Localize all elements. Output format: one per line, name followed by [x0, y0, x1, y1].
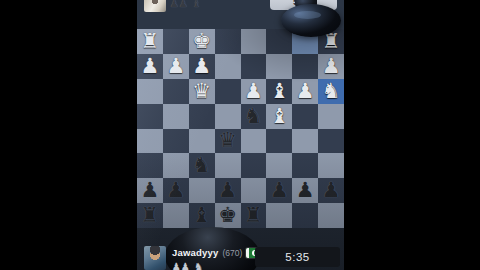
- square-c8[interactable]: [266, 203, 292, 228]
- piece-wP-b3[interactable]: ♟: [292, 79, 318, 104]
- captured-wP-icon: ♟: [172, 261, 181, 270]
- chess-board[interactable]: ♜♚♜♟♟♟♟♛♟♝♟♞♞♝♛♞♟♟♟♟♟♟♜♝♚♜: [137, 29, 344, 228]
- square-e4[interactable]: [215, 104, 241, 129]
- piece-bP-e7[interactable]: ♟: [215, 178, 241, 203]
- square-h8[interactable]: ♜: [137, 203, 163, 228]
- square-g6[interactable]: [163, 153, 189, 178]
- player-bar: Jawadyyy (670) ♟♟♞ 5:35: [137, 244, 344, 270]
- piece-bN-d4[interactable]: ♞: [241, 104, 267, 129]
- piece-wN-a3[interactable]: ♞: [318, 79, 344, 104]
- square-e8[interactable]: ♚: [215, 203, 241, 228]
- screenshot-root: ♟♟♝ 5:25 ♜♚♜♟♟♟♟♛♟♝♟♞♞♝♛♞♟♟♟♟♟♟♜♝♚♜ Jawa…: [0, 0, 480, 270]
- player-rating: (670): [223, 248, 243, 258]
- square-a3[interactable]: ♞: [318, 79, 344, 104]
- square-d3[interactable]: ♟: [241, 79, 267, 104]
- square-b5[interactable]: [292, 129, 318, 154]
- square-e7[interactable]: ♟: [215, 178, 241, 203]
- square-f6[interactable]: ♞: [189, 153, 215, 178]
- piece-wP-a2[interactable]: ♟: [318, 54, 344, 79]
- square-a4[interactable]: [318, 104, 344, 129]
- piece-wP-g2[interactable]: ♟: [163, 54, 189, 79]
- square-d7[interactable]: [241, 178, 267, 203]
- square-a6[interactable]: [318, 153, 344, 178]
- square-c2[interactable]: [266, 54, 292, 79]
- square-a2[interactable]: ♟: [318, 54, 344, 79]
- square-d4[interactable]: ♞: [241, 104, 267, 129]
- square-a8[interactable]: [318, 203, 344, 228]
- piece-bR-d8[interactable]: ♜: [241, 203, 267, 228]
- square-g4[interactable]: [163, 104, 189, 129]
- decor-3d-piece-shine: [294, 11, 320, 19]
- opponent-captured-pieces: ♟♟♝: [170, 0, 201, 10]
- square-b4[interactable]: [292, 104, 318, 129]
- square-f5[interactable]: [189, 129, 215, 154]
- square-d2[interactable]: [241, 54, 267, 79]
- square-a5[interactable]: [318, 129, 344, 154]
- decor-3d-piece-base: [281, 4, 341, 37]
- piece-wP-h2[interactable]: ♟: [137, 54, 163, 79]
- square-g7[interactable]: ♟: [163, 178, 189, 203]
- captured-wP-icon: ♟: [181, 261, 190, 270]
- square-f4[interactable]: [189, 104, 215, 129]
- captured-bB-icon: ♝: [192, 0, 201, 10]
- player-clock-value: 5:35: [285, 251, 309, 263]
- square-c4[interactable]: ♝: [266, 104, 292, 129]
- square-d5[interactable]: [241, 129, 267, 154]
- square-g3[interactable]: [163, 79, 189, 104]
- piece-bB-f8[interactable]: ♝: [189, 203, 215, 228]
- player-captured-pieces: ♟♟♞: [172, 261, 203, 270]
- square-g8[interactable]: [163, 203, 189, 228]
- captured-bP-icon: ♟: [179, 0, 188, 10]
- piece-bP-a7[interactable]: ♟: [318, 178, 344, 203]
- square-c5[interactable]: [266, 129, 292, 154]
- square-b3[interactable]: ♟: [292, 79, 318, 104]
- piece-wK-f1[interactable]: ♚: [189, 29, 215, 54]
- square-e1[interactable]: [215, 29, 241, 54]
- player-name[interactable]: Jawadyyy: [172, 247, 219, 258]
- piece-bP-c7[interactable]: ♟: [266, 178, 292, 203]
- square-h7[interactable]: ♟: [137, 178, 163, 203]
- piece-bR-h8[interactable]: ♜: [137, 203, 163, 228]
- square-d1[interactable]: [241, 29, 267, 54]
- square-c6[interactable]: [266, 153, 292, 178]
- player-avatar[interactable]: [144, 246, 166, 270]
- square-h3[interactable]: [137, 79, 163, 104]
- piece-bP-b7[interactable]: ♟: [292, 178, 318, 203]
- square-g5[interactable]: [163, 129, 189, 154]
- square-f1[interactable]: ♚: [189, 29, 215, 54]
- square-b7[interactable]: ♟: [292, 178, 318, 203]
- piece-wP-f2[interactable]: ♟: [189, 54, 215, 79]
- chess-video-frame: ♟♟♝ 5:25 ♜♚♜♟♟♟♟♛♟♝♟♞♞♝♛♞♟♟♟♟♟♟♜♝♚♜ Jawa…: [137, 0, 344, 270]
- square-e3[interactable]: [215, 79, 241, 104]
- square-c3[interactable]: ♝: [266, 79, 292, 104]
- square-d8[interactable]: ♜: [241, 203, 267, 228]
- square-f3[interactable]: ♛: [189, 79, 215, 104]
- player-clock: 5:35: [255, 247, 340, 267]
- piece-wQ-f3[interactable]: ♛: [189, 79, 215, 104]
- piece-wR-h1[interactable]: ♜: [137, 29, 163, 54]
- square-e2[interactable]: [215, 54, 241, 79]
- square-e6[interactable]: [215, 153, 241, 178]
- square-f7[interactable]: [189, 178, 215, 203]
- square-h6[interactable]: [137, 153, 163, 178]
- captured-wN-icon: ♞: [194, 261, 203, 270]
- square-c7[interactable]: ♟: [266, 178, 292, 203]
- square-a7[interactable]: ♟: [318, 178, 344, 203]
- player-info-line: Jawadyyy (670): [172, 246, 260, 259]
- piece-wB-c4[interactable]: ♝: [266, 104, 292, 129]
- square-h5[interactable]: [137, 129, 163, 154]
- square-f2[interactable]: ♟: [189, 54, 215, 79]
- square-g1[interactable]: [163, 29, 189, 54]
- square-g2[interactable]: ♟: [163, 54, 189, 79]
- square-h2[interactable]: ♟: [137, 54, 163, 79]
- piece-wP-d3[interactable]: ♟: [241, 79, 267, 104]
- piece-bK-e8[interactable]: ♚: [215, 203, 241, 228]
- square-b6[interactable]: [292, 153, 318, 178]
- square-b2[interactable]: [292, 54, 318, 79]
- square-f8[interactable]: ♝: [189, 203, 215, 228]
- opponent-avatar[interactable]: [144, 0, 166, 12]
- piece-bP-h7[interactable]: ♟: [137, 178, 163, 203]
- piece-bQ-e5[interactable]: ♛: [215, 129, 241, 154]
- square-h1[interactable]: ♜: [137, 29, 163, 54]
- piece-bN-f6[interactable]: ♞: [189, 153, 215, 178]
- square-d6[interactable]: [241, 153, 267, 178]
- square-h4[interactable]: [137, 104, 163, 129]
- captured-bP-icon: ♟: [170, 0, 179, 10]
- piece-bP-g7[interactable]: ♟: [163, 178, 189, 203]
- square-c1[interactable]: [266, 29, 292, 54]
- square-e5[interactable]: ♛: [215, 129, 241, 154]
- piece-wB-c3[interactable]: ♝: [266, 79, 292, 104]
- square-b8[interactable]: [292, 203, 318, 228]
